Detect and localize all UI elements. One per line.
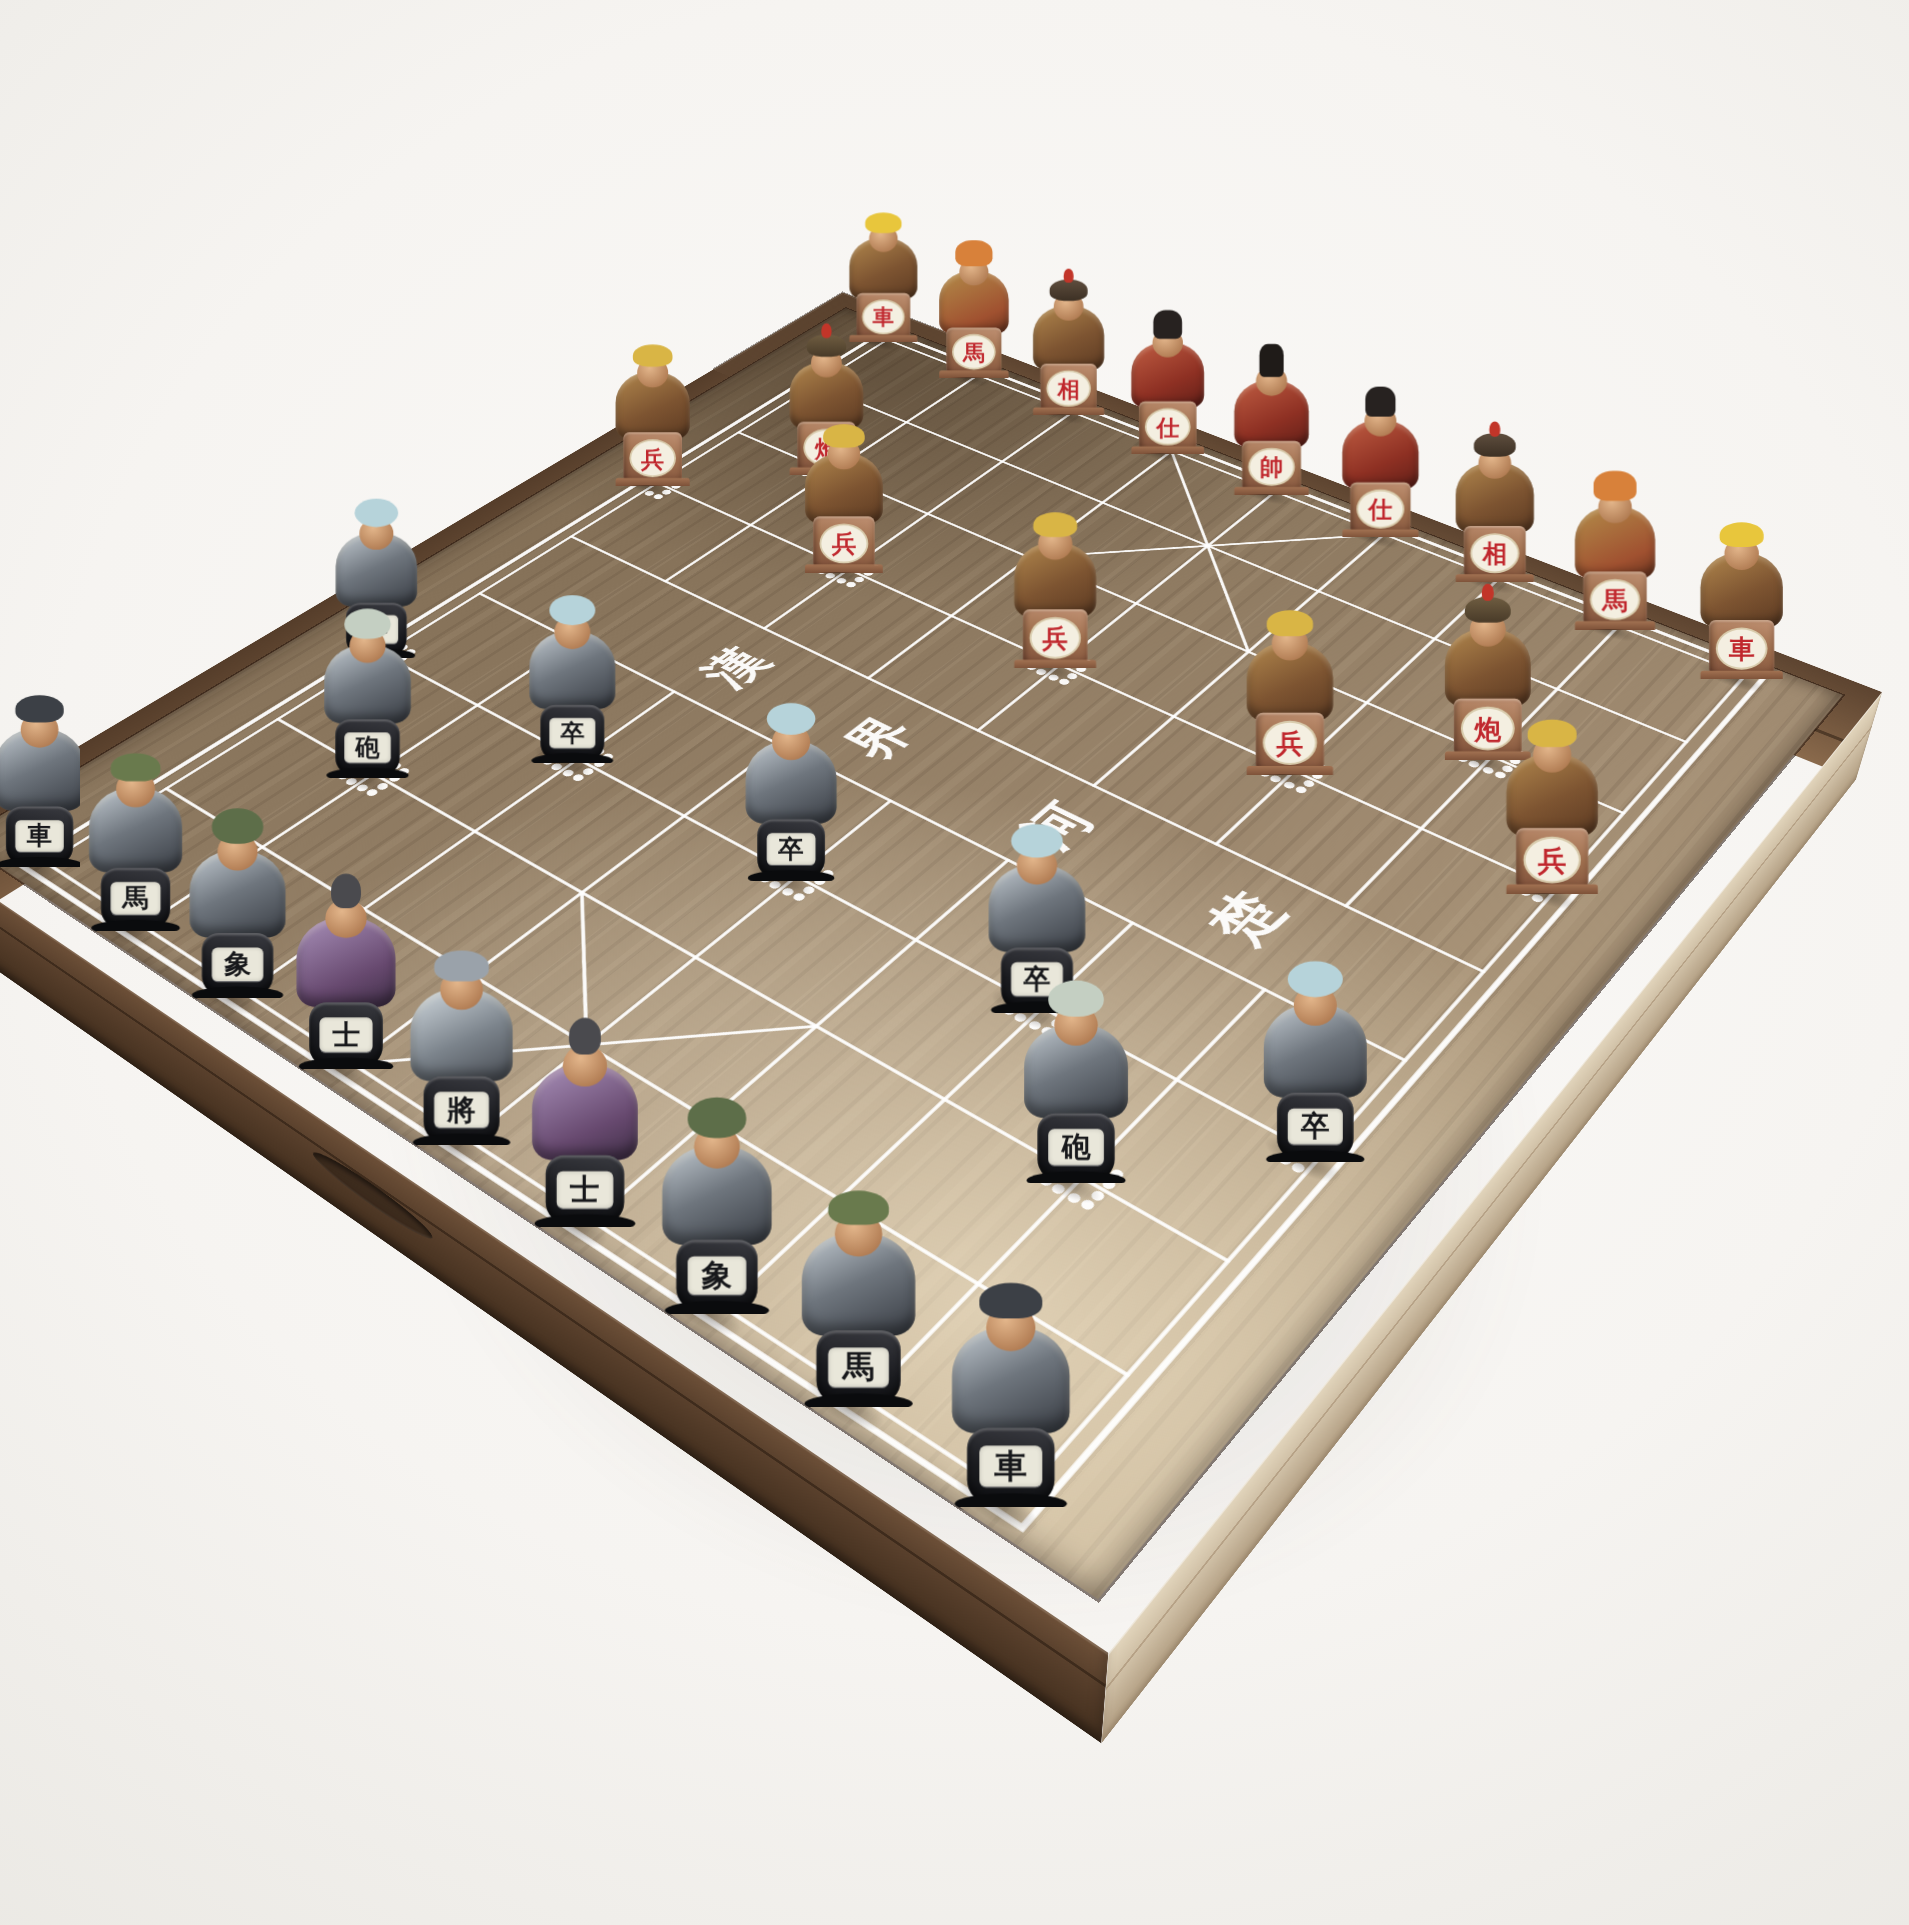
figure-hat-icon — [1593, 470, 1636, 500]
piece-pedestal: 卒 — [540, 705, 604, 761]
piece-red-advisor[interactable]: 仕 — [1333, 354, 1427, 537]
piece-red-soldier[interactable]: 兵 — [1495, 674, 1608, 893]
figure-hat-icon — [1048, 980, 1104, 1016]
piece-pedestal: 卒 — [757, 819, 825, 878]
piece-label: 相 — [1046, 370, 1091, 406]
piece-pedestal: 兵 — [1255, 712, 1323, 772]
figure-hat-icon — [1033, 512, 1077, 537]
piece-red-elephant[interactable]: 相 — [1446, 395, 1542, 582]
piece-label: 車 — [15, 820, 63, 852]
piece-label: 兵 — [1262, 720, 1316, 764]
figure-hat-icon — [823, 424, 865, 448]
piece-red-soldier[interactable]: 兵 — [1236, 567, 1343, 774]
piece-character: 象 — [224, 950, 251, 977]
piece-black-soldier[interactable]: 卒 — [735, 662, 847, 880]
piece-pedestal: 馬 — [100, 867, 169, 928]
figure-hat-icon — [687, 1097, 745, 1138]
piece-character: 士 — [570, 1174, 599, 1203]
figure-hat-icon — [632, 344, 672, 366]
piece-character: 馬 — [842, 1351, 874, 1383]
piece-pedestal: 兵 — [1022, 609, 1087, 666]
piece-character: 卒 — [560, 721, 584, 745]
piece-pedestal: 兵 — [623, 432, 682, 484]
piece-label: 兵 — [629, 439, 676, 477]
piece-pedestal: 士 — [545, 1155, 624, 1224]
figure-hat-icon — [15, 695, 63, 722]
piece-label: 士 — [319, 1017, 372, 1052]
piece-character: 砲 — [355, 735, 379, 759]
piece-character: 卒 — [778, 836, 803, 861]
piece-pedestal: 相 — [1040, 363, 1096, 413]
piece-red-advisor[interactable]: 仕 — [1122, 279, 1212, 453]
figure-hat-icon — [344, 608, 390, 638]
piece-label: 卒 — [1287, 1108, 1342, 1144]
piece-label: 車 — [1715, 627, 1767, 669]
piece-black-soldier[interactable]: 卒 — [519, 557, 625, 763]
piece-character: 仕 — [1156, 415, 1179, 438]
piece-black-cannon[interactable]: 砲 — [1011, 934, 1139, 1183]
piece-black-advisor[interactable]: 士 — [519, 973, 649, 1226]
piece-character: 車 — [1728, 635, 1754, 661]
piece-pedestal: 將 — [423, 1076, 499, 1143]
piece-label: 仕 — [1356, 489, 1404, 528]
piece-red-elephant[interactable]: 相 — [1024, 244, 1112, 414]
figure-hat-icon — [1259, 344, 1283, 377]
figure-hat-icon — [865, 212, 901, 233]
piece-label: 士 — [556, 1171, 613, 1208]
figure-hat-icon — [828, 1190, 889, 1224]
piece-pedestal: 兵 — [1515, 827, 1587, 891]
figure-hat-icon — [979, 1282, 1042, 1318]
piece-black-general[interactable]: 將 — [398, 900, 524, 1145]
figure-hat-icon — [1266, 610, 1312, 636]
piece-pedestal: 砲 — [1037, 1113, 1114, 1181]
piece-label: 卒 — [766, 832, 815, 864]
piece-character: 車 — [26, 823, 51, 848]
piece-pedestal: 仕 — [1350, 482, 1410, 535]
piece-label: 卒 — [549, 718, 595, 748]
figure-hat-icon — [806, 334, 845, 356]
piece-label: 象 — [687, 1256, 745, 1294]
piece-character: 馬 — [1602, 587, 1627, 612]
piece-character: 兵 — [1537, 845, 1566, 874]
figure-hat-icon — [1153, 310, 1182, 339]
piece-character: 象 — [701, 1260, 732, 1291]
figure-hat-icon — [211, 808, 262, 844]
piece-red-soldier[interactable]: 兵 — [607, 308, 698, 486]
piece-label: 砲 — [1048, 1128, 1104, 1164]
piece-character: 將 — [447, 1095, 476, 1124]
piece-black-soldier[interactable]: 卒 — [1251, 915, 1378, 1162]
figure-hat-icon — [955, 240, 992, 266]
piece-pedestal: 仕 — [1139, 401, 1197, 452]
piece-red-chariot[interactable]: 車 — [1690, 482, 1792, 679]
piece-black-horse[interactable]: 馬 — [788, 1135, 928, 1406]
piece-character: 兵 — [1042, 625, 1068, 651]
piece-label: 兵 — [819, 523, 868, 563]
figure-hat-icon — [568, 1017, 600, 1054]
piece-pedestal: 帥 — [1242, 441, 1301, 493]
piece-pedestal: 士 — [309, 1002, 383, 1066]
figure-hat-icon — [354, 498, 398, 526]
piece-pedestal: 馬 — [946, 327, 1001, 375]
piece-character: 馬 — [122, 885, 148, 911]
piece-pedestal: 馬 — [816, 1330, 900, 1404]
piece-pedestal: 車 — [966, 1427, 1054, 1504]
piece-black-elephant[interactable]: 象 — [649, 1051, 784, 1313]
piece-label: 馬 — [828, 1347, 889, 1387]
piece-red-general[interactable]: 帥 — [1225, 316, 1317, 494]
piece-pedestal: 兵 — [813, 516, 875, 570]
piece-black-cannon[interactable]: 砲 — [314, 570, 421, 777]
piece-pedestal: 砲 — [335, 719, 399, 775]
piece-character: 兵 — [641, 446, 664, 469]
figure-hat-icon — [1011, 824, 1063, 858]
piece-pedestal: 馬 — [1583, 571, 1646, 627]
figure-hat-icon — [1473, 433, 1515, 457]
figure-hat-icon — [1287, 961, 1342, 997]
piece-pedestal: 車 — [5, 806, 72, 865]
piece-pedestal: 象 — [201, 933, 272, 995]
piece-character: 兵 — [831, 531, 855, 555]
piece-label: 兵 — [1029, 617, 1080, 659]
piece-pedestal: 車 — [1709, 619, 1774, 676]
piece-character: 車 — [872, 306, 893, 327]
piece-label: 砲 — [344, 732, 390, 762]
figure-hat-icon — [766, 702, 815, 734]
figure-hat-icon — [1464, 596, 1510, 622]
figure-hat-icon — [330, 873, 360, 908]
piece-character: 卒 — [1300, 1111, 1329, 1140]
piece-label: 兵 — [1523, 836, 1580, 883]
piece-character: 兵 — [1276, 729, 1303, 756]
piece-character: 仕 — [1368, 497, 1392, 521]
piece-pedestal: 卒 — [1276, 1092, 1353, 1159]
piece-label: 仕 — [1144, 408, 1190, 445]
piece-black-advisor[interactable]: 士 — [284, 832, 406, 1069]
piece-black-elephant[interactable]: 象 — [178, 768, 296, 998]
piece-label: 象 — [211, 947, 262, 980]
piece-label: 馬 — [952, 334, 996, 370]
figure-hat-icon — [1365, 386, 1395, 416]
piece-pedestal: 象 — [676, 1239, 757, 1310]
piece-label: 將 — [434, 1091, 489, 1127]
piece-character: 士 — [332, 1020, 360, 1048]
piece-character: 馬 — [963, 341, 985, 363]
piece-label: 馬 — [110, 881, 160, 913]
figure-hat-icon — [549, 595, 595, 625]
piece-character: 砲 — [1061, 1132, 1090, 1161]
figure-hat-icon — [1719, 522, 1763, 547]
piece-character: 帥 — [1259, 455, 1282, 478]
figure-hat-icon — [110, 753, 160, 781]
piece-character: 車 — [994, 1449, 1027, 1482]
piece-label: 馬 — [1589, 579, 1639, 620]
figure-hat-icon — [1527, 719, 1576, 747]
piece-black-chariot[interactable]: 車 — [938, 1225, 1083, 1507]
photo-scene: 漢界河楚 車馬相仕帥仕相馬車炮炮兵兵兵兵兵卒卒卒卒卒砲砲車馬象士將士象馬車 — [0, 0, 1909, 1925]
piece-label: 帥 — [1248, 447, 1295, 485]
figure-hat-icon — [434, 950, 489, 981]
piece-character: 相 — [1057, 377, 1079, 399]
piece-label: 車 — [979, 1445, 1042, 1486]
piece-red-soldier[interactable]: 兵 — [1004, 472, 1105, 668]
figure-hat-icon — [1049, 279, 1087, 300]
piece-black-horse[interactable]: 馬 — [78, 707, 193, 930]
piece-red-soldier[interactable]: 兵 — [796, 386, 892, 572]
piece-red-horse[interactable]: 馬 — [931, 211, 1017, 377]
piece-red-horse[interactable]: 馬 — [1565, 437, 1664, 629]
